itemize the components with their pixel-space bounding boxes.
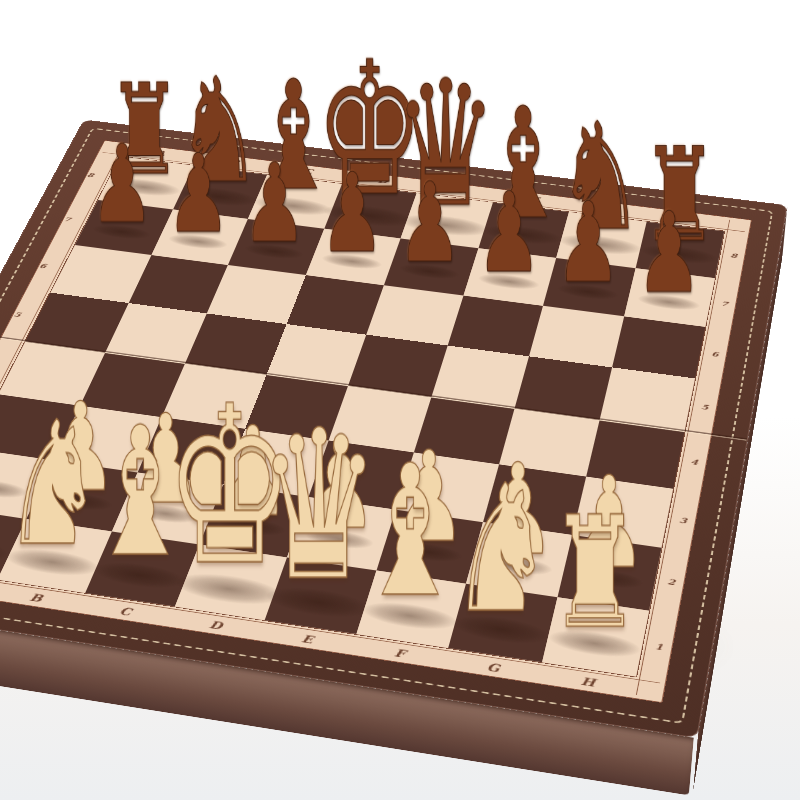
rank-label-right-1: 1 [650, 641, 667, 652]
rank-label-left-7: 7 [59, 216, 74, 223]
file-label-near-d: D [203, 618, 229, 633]
file-label-near-e: E [294, 632, 320, 647]
file-label-near-b: B [23, 591, 49, 605]
piece-glyph: ♟ [243, 149, 307, 258]
rank-label-right-4: 4 [686, 458, 702, 467]
file-label-near-f: F [387, 646, 412, 661]
rank-label-left-5: 5 [9, 310, 25, 318]
piece-glyph: ♜ [549, 496, 640, 650]
rank-label-right-2: 2 [663, 577, 680, 587]
piece-glyph: ♟ [91, 130, 155, 238]
product-photo-scene: ♜♞♝♚♛♝♞♜♟♟♟♟♟♟♟♟♟♟♟♟♟♟♟♟♜♞♝♚♛♝♞♜ AABBCCD… [0, 0, 800, 800]
piece-glyph: ♞ [450, 461, 554, 636]
piece-glyph: ♟ [166, 140, 230, 248]
file-label-near-g: G [481, 660, 506, 675]
rank-label-right-6: 6 [707, 350, 722, 358]
chess-box: ♜♞♝♚♛♝♞♜♟♟♟♟♟♟♟♟♟♟♟♟♟♟♟♟♜♞♝♚♛♝♞♜ AABBCCD… [0, 120, 787, 739]
piece-glyph: ♝ [356, 441, 463, 622]
coordinate-strip-frame: ♜♞♝♚♛♝♞♜♟♟♟♟♟♟♟♟♟♟♟♟♟♟♟♟♜♞♝♚♛♝♞♜ AABBCCD… [0, 140, 752, 703]
board-face: ♜♞♝♚♛♝♞♜♟♟♟♟♟♟♟♟♟♟♟♟♟♟♟♟♜♞♝♚♛♝♞♜ AABBCCD… [0, 120, 787, 739]
square-g1: ♞ [448, 583, 557, 662]
rank-label-right-7: 7 [717, 300, 732, 308]
rank-label-right-8: 8 [727, 252, 741, 260]
square-e7: ♟ [384, 238, 478, 295]
rank-label-right-3: 3 [675, 516, 691, 526]
file-label-near-h: H [575, 674, 600, 690]
file-label-near-c: C [112, 604, 138, 619]
square-h1: ♜ [542, 597, 650, 677]
rank-label-right-5: 5 [697, 402, 712, 411]
